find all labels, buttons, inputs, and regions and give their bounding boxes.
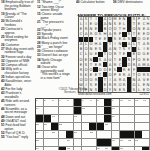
answer-letter: C	[80, 53, 83, 57]
puzzle-cell[interactable]: 17	[51, 115, 58, 123]
puzzle-cell[interactable]: 9	[112, 99, 119, 107]
answer-black-cell	[93, 67, 97, 72]
puzzle-cell[interactable]	[51, 147, 58, 150]
answer-letter: O	[84, 68, 87, 72]
clue-item: 23 Contractor's approx.	[1, 27, 34, 34]
clue-item: 56 DMV destinations	[113, 0, 149, 4]
cell-number: 38	[120, 147, 123, 150]
puzzle-cell[interactable]	[59, 115, 66, 123]
cell-number: 19	[112, 115, 115, 118]
puzzle-black-cell	[51, 123, 58, 131]
answer-letter-cell: P	[132, 57, 136, 62]
puzzle-cell[interactable]	[89, 147, 96, 150]
answer-letter: D	[85, 78, 88, 82]
answer-letter: L	[138, 83, 140, 87]
answer-letter-cell: S	[113, 67, 117, 72]
puzzle-cell[interactable]: 18	[74, 115, 81, 123]
answer-letter: A	[147, 63, 150, 67]
puzzle-cell[interactable]	[97, 115, 104, 123]
puzzle-cell[interactable]: 5	[66, 99, 73, 107]
answer-letter-cell: A	[103, 57, 107, 62]
clue-number: 30	[37, 49, 41, 53]
clue-item: 33 Campus official	[1, 63, 34, 67]
puzzle-cell[interactable]	[97, 107, 104, 115]
puzzle-cell[interactable]: 22	[59, 123, 66, 131]
cell-number: 4	[59, 99, 60, 102]
answer-letter-cell: E	[141, 82, 145, 87]
puzzle-cell[interactable]	[44, 107, 51, 115]
answer-letter: O	[118, 83, 121, 87]
answer-letter: H	[123, 27, 126, 31]
clue-number: 36	[37, 65, 41, 69]
answer-letter: C	[118, 63, 121, 67]
clue-number: 33	[37, 53, 41, 57]
puzzle-cell[interactable]	[135, 147, 142, 150]
puzzle-cell[interactable]: 7	[89, 99, 96, 107]
puzzle-cell[interactable]	[135, 107, 142, 115]
answer-letter: R	[89, 32, 92, 36]
puzzle-cell[interactable]	[44, 131, 51, 139]
answer-letter-cell: G	[141, 52, 145, 57]
clue-item: 15 Classic arcade game	[37, 12, 70, 19]
answer-letter-cell: T	[103, 77, 107, 82]
answer-letter-cell: L	[132, 42, 136, 47]
answer-letter-cell: S	[98, 47, 102, 52]
previous-answer-grid: ASTIADMENSPASLIEUANSELTECHERNEBOOTHONEAC…	[78, 16, 150, 93]
answer-letter-cell: F	[132, 67, 136, 72]
cell-number: 16	[112, 107, 115, 110]
puzzle-cell[interactable]: 11	[127, 99, 134, 107]
cell-number: 2	[44, 99, 45, 102]
puzzle-cell[interactable]: 19	[112, 115, 119, 123]
puzzle-cell[interactable]: 30	[112, 139, 119, 147]
byline-line-1: ©2011 Tribune Media	[47, 87, 99, 90]
answer-letter: R	[142, 58, 145, 62]
clue-number: 12	[37, 4, 41, 8]
cell-number: 3	[52, 99, 53, 102]
clue-item: 29 "___ we forget"	[37, 45, 70, 49]
answer-letter-cell: V	[141, 77, 145, 82]
answer-letter-cell: T	[132, 32, 136, 37]
clue-column-4: 56 DMV destinations	[113, 0, 149, 9]
puzzle-cell[interactable]	[142, 139, 149, 147]
puzzle-cell[interactable]: 16	[112, 107, 119, 115]
clue-number: 33	[1, 63, 5, 67]
clue-item: 24 Black Friday event	[37, 36, 70, 40]
clue-item: 22 Popular jeans	[37, 28, 70, 32]
puzzle-black-cell	[74, 107, 81, 115]
puzzle-cell[interactable]: 33	[135, 139, 142, 147]
puzzle-cell[interactable]	[142, 123, 149, 131]
answer-letter-cell: E	[79, 62, 83, 67]
puzzle-cell[interactable]: 37	[104, 147, 111, 150]
answer-letter-cell: E	[93, 62, 97, 67]
answer-letter: R	[94, 78, 97, 82]
clue-number: 52	[1, 131, 5, 135]
answer-letter-cell: O	[117, 82, 121, 87]
answer-letter-cell: A	[137, 62, 141, 67]
answer-letter: R	[80, 68, 83, 72]
puzzle-cell[interactable]: 10	[120, 99, 127, 107]
puzzle-cell[interactable]	[74, 147, 81, 150]
clue-number: 21	[37, 20, 41, 24]
puzzle-cell[interactable]: 8	[97, 99, 104, 107]
answer-letter-cell: R	[141, 72, 145, 77]
puzzle-cell[interactable]	[127, 115, 134, 123]
answer-letter-cell: L	[137, 82, 141, 87]
cell-number: 35	[67, 147, 70, 150]
puzzle-cell[interactable]	[127, 123, 134, 131]
clue-number: 34	[1, 67, 5, 71]
puzzle-cell[interactable]: 13	[142, 99, 149, 107]
answer-letter-cell: R	[122, 82, 126, 87]
puzzle-cell[interactable]	[127, 147, 134, 150]
answer-letter-cell: R	[141, 57, 145, 62]
answer-letter-cell: O	[108, 52, 112, 57]
clue-number: 11	[37, 0, 40, 4]
answer-letter: C	[80, 32, 83, 36]
answer-letter: E	[118, 58, 120, 62]
answer-letter-cell: R	[132, 62, 136, 67]
answer-letter-cell: O	[108, 72, 112, 77]
puzzle-cell[interactable]: 36	[97, 147, 104, 150]
clue-number: 26	[1, 42, 5, 46]
clue-number: 34	[37, 57, 41, 61]
puzzle-cell[interactable]	[142, 115, 149, 123]
answer-letter-cell: A	[137, 77, 141, 82]
answer-letter: E	[142, 83, 144, 87]
puzzle-black-cell	[142, 147, 149, 150]
puzzle-cell[interactable]: 2	[44, 99, 51, 107]
cell-number: 24	[36, 131, 39, 134]
puzzle-cell[interactable]	[104, 131, 111, 139]
answer-letter: E	[147, 53, 149, 57]
answer-letter-cell: N	[132, 77, 136, 82]
answer-letter-cell: C	[117, 62, 121, 67]
answer-letter: R	[123, 68, 126, 72]
clue-number: 28	[37, 40, 41, 44]
answer-letter: R	[133, 63, 136, 67]
answer-letter: E	[128, 68, 130, 72]
answer-letter-cell: L	[84, 52, 88, 57]
answer-letter-cell: R	[113, 52, 117, 57]
answer-letter-cell: R	[122, 72, 126, 77]
answer-letter-cell: T	[98, 72, 102, 77]
puzzle-cell[interactable]	[89, 115, 96, 123]
puzzle-cell[interactable]	[82, 147, 89, 150]
answer-letter-cell: E	[84, 57, 88, 62]
puzzle-cell[interactable]	[127, 107, 134, 115]
puzzle-black-cell	[36, 115, 43, 123]
puzzle-cell[interactable]	[66, 107, 73, 115]
cell-number: 13	[143, 99, 146, 102]
clue-item: 43 Prankster's snowballs	[1, 91, 34, 98]
answer-letter: A	[109, 63, 112, 67]
answer-letter: R	[142, 73, 145, 77]
answer-letter-cell: E	[89, 72, 93, 77]
answer-letter-cell: Y	[127, 47, 131, 52]
puzzle-cell[interactable]	[97, 131, 104, 139]
cell-number: 15	[82, 107, 85, 110]
puzzle-cell[interactable]	[44, 147, 51, 150]
clue-list-2: 11 "Shame ___!"12 Two-time Oscar winner …	[37, 0, 70, 79]
puzzle-cell[interactable]: 21	[44, 123, 51, 131]
answer-letter: L	[85, 53, 87, 57]
answer-letter: A	[85, 32, 88, 36]
answer-letter: A	[137, 63, 140, 67]
answer-letter: T	[133, 32, 135, 36]
answer-letter: E	[118, 73, 120, 77]
answer-letter-cell: E	[93, 72, 97, 77]
clue-number: 20	[1, 19, 5, 23]
answer-letter-cell: O	[89, 77, 93, 82]
cell-number: 14	[36, 107, 39, 110]
answer-letter: O	[99, 68, 102, 72]
answer-letter-cell: T	[113, 57, 117, 62]
answer-letter-cell: K	[84, 72, 88, 77]
puzzle-cell[interactable]: 23	[104, 123, 111, 131]
puzzle-cell[interactable]: 32	[127, 139, 134, 147]
answer-black-cell	[127, 82, 131, 87]
cell-number: 33	[135, 139, 138, 142]
answer-black-cell	[93, 57, 97, 62]
answer-letter: M	[142, 63, 145, 67]
answer-letter: S	[147, 73, 149, 77]
answer-letter-cell: I	[108, 77, 112, 82]
puzzle-cell[interactable]	[74, 139, 81, 147]
answer-letter: N	[89, 58, 92, 62]
answer-black-cell	[127, 52, 131, 57]
puzzle-cell[interactable]	[59, 131, 66, 139]
answer-letter: A	[123, 37, 126, 41]
answer-letter-cell: O	[98, 67, 102, 72]
cell-number: 37	[105, 147, 108, 150]
puzzle-black-cell	[97, 139, 104, 147]
answer-letter: S	[85, 63, 87, 67]
answer-letter: D	[80, 58, 83, 62]
cell-number: 18	[74, 115, 77, 118]
answer-letter-cell: A	[122, 77, 126, 82]
puzzle-cell[interactable]: 25	[51, 131, 58, 139]
clue-number: 29	[37, 45, 41, 49]
answer-letter: T	[99, 73, 101, 77]
clue-item: 55 "Yoo-hoo!" reply	[1, 135, 34, 139]
cell-number: 30	[112, 139, 115, 142]
puzzle-cell[interactable]: 31	[120, 139, 127, 147]
answer-letter: T	[104, 78, 106, 82]
answer-letter-cell: N	[146, 82, 150, 87]
puzzle-cell[interactable]: 20	[36, 123, 43, 131]
clue-column-1: 18 Emphatically true of the acting Baldw…	[1, 0, 34, 150]
cell-number: 7	[90, 99, 91, 102]
answer-letter: A	[128, 73, 131, 77]
answer-letter: G	[142, 53, 145, 57]
answer-black-cell	[127, 22, 131, 27]
clue-number: 22	[37, 28, 41, 32]
answer-letter-cell: R	[79, 67, 83, 72]
answer-letter: E	[123, 53, 125, 57]
answer-letter: E	[133, 53, 135, 57]
clue-column-2: 11 "Shame ___!"12 Two-time Oscar winner …	[37, 0, 70, 94]
answer-letter: R	[123, 83, 126, 87]
puzzle-cell[interactable]	[82, 115, 89, 123]
answer-letter: R	[113, 53, 116, 57]
current-puzzle-grid: 1234567891011121314151617181920212223242…	[35, 98, 150, 151]
answer-black-cell	[103, 62, 107, 67]
answer-letter: D	[128, 63, 131, 67]
puzzle-cell[interactable]: 1	[36, 99, 43, 107]
puzzle-cell[interactable]	[120, 123, 127, 131]
puzzle-black-cell	[66, 131, 73, 139]
puzzle-cell[interactable]: 6	[82, 99, 89, 107]
answer-letter-cell: S	[84, 62, 88, 67]
puzzle-cell[interactable]	[142, 131, 149, 139]
answer-letter-cell: S	[127, 57, 131, 62]
answer-letter-cell: R	[108, 82, 112, 87]
answer-letter-cell: R	[89, 32, 93, 37]
answer-letter-cell: E	[108, 67, 112, 72]
answer-letter: E	[90, 73, 92, 77]
answer-letter: F	[133, 68, 135, 72]
puzzle-black-cell	[97, 123, 104, 131]
answer-letter: O	[89, 78, 92, 82]
answer-black-cell	[127, 17, 131, 22]
puzzle-cell[interactable]: 27	[89, 131, 96, 139]
puzzle-cell[interactable]	[59, 107, 66, 115]
answer-letter-cell: U	[89, 52, 93, 57]
puzzle-cell[interactable]	[112, 123, 119, 131]
answer-letter-cell: D	[79, 57, 83, 62]
answer-letter: E	[85, 58, 87, 62]
answer-letter: E	[147, 58, 149, 62]
puzzle-black-cell	[127, 131, 134, 139]
answer-letter-cell: E	[93, 52, 97, 57]
puzzle-cell[interactable]: 24	[36, 131, 43, 139]
answer-letter-cell: A	[108, 32, 112, 37]
cell-number: 31	[120, 139, 123, 142]
clue-item: 20 McDonald's freebies	[1, 19, 34, 26]
puzzle-cell[interactable]	[44, 139, 51, 147]
answer-letter-cell: T	[89, 62, 93, 67]
answer-letter-cell: A	[122, 37, 126, 42]
puzzle-cell[interactable]	[74, 123, 81, 131]
answer-letter: T	[114, 58, 116, 62]
clue-number: 15	[37, 12, 41, 16]
puzzle-cell[interactable]	[135, 123, 142, 131]
puzzle-cell[interactable]	[135, 115, 142, 123]
answer-letter-cell: O	[137, 72, 141, 77]
puzzle-cell[interactable]	[82, 123, 89, 131]
cell-number: 25	[52, 131, 55, 134]
answer-letter: L	[133, 43, 135, 47]
cell-number: 12	[135, 99, 138, 102]
clue-item: 51 Fast-food fowl option	[1, 123, 34, 130]
puzzle-cell[interactable]	[51, 107, 58, 115]
answer-letter-cell: S	[98, 57, 102, 62]
puzzle-cell[interactable]	[66, 123, 73, 131]
puzzle-cell[interactable]	[112, 131, 119, 139]
cell-number: 17	[52, 115, 55, 118]
answer-letter-cell: E	[103, 82, 107, 87]
answer-letter-cell: G	[132, 82, 136, 87]
clue-number: 32	[1, 59, 5, 63]
answer-letter-cell: C	[79, 32, 83, 37]
puzzle-cell[interactable]: 15	[82, 107, 89, 115]
answer-letter: R	[123, 73, 126, 77]
answer-letter: A	[109, 32, 112, 36]
answer-black-cell	[98, 77, 102, 82]
puzzle-cell[interactable]: 29	[66, 139, 73, 147]
puzzle-cell[interactable]	[89, 139, 96, 147]
clue-item: 34 Willy with a chocolate factory	[1, 67, 34, 74]
puzzle-cell[interactable]: 38	[120, 147, 127, 150]
cell-number: 23	[105, 123, 108, 126]
puzzle-cell[interactable]	[51, 139, 58, 147]
cell-number: 28	[36, 139, 39, 142]
puzzle-cell[interactable]	[82, 139, 89, 147]
answer-black-cell	[137, 67, 141, 72]
puzzle-cell[interactable]: 14	[36, 107, 43, 115]
cell-number: 11	[128, 99, 131, 102]
answer-black-cell	[98, 52, 102, 57]
puzzle-cell[interactable]: 3	[51, 99, 58, 107]
puzzle-black-cell	[104, 107, 111, 115]
clue-number: 40	[76, 0, 80, 4]
puzzle-cell[interactable]: 34	[36, 147, 43, 150]
answer-letter: K	[85, 73, 88, 77]
answer-letter: S	[99, 48, 101, 52]
puzzle-cell[interactable]	[59, 139, 66, 147]
puzzle-cell[interactable]	[120, 115, 127, 123]
answer-letter-cell: M	[141, 62, 145, 67]
clue-item: 46 Scramble, as a secret message	[1, 107, 34, 114]
puzzle-black-cell	[104, 139, 111, 147]
puzzle-cell[interactable]	[66, 115, 73, 123]
puzzle-cell[interactable]: 28	[36, 139, 43, 147]
answer-letter-cell: O	[89, 67, 93, 72]
answer-letter-cell: E	[132, 52, 136, 57]
clue-number: 56	[113, 0, 117, 4]
cell-number: 6	[82, 99, 83, 102]
answer-letter: O	[108, 73, 111, 77]
puzzle-black-cell	[59, 147, 66, 150]
clue-item: 42 For the lady	[1, 87, 34, 91]
puzzle-cell[interactable]: 12	[135, 99, 142, 107]
clue-number: 30	[1, 54, 5, 58]
clue-item: 19 Brenda of "The Closer"	[1, 11, 34, 18]
clue-item: 23 Speedy	[37, 32, 70, 36]
answer-letter-cell: E	[122, 52, 126, 57]
puzzle-cell[interactable]: 26	[74, 131, 81, 139]
clue-item: 18 Emphatically true of the acting Baldw…	[1, 0, 34, 11]
puzzle-cell[interactable]	[89, 107, 96, 115]
puzzle-cell[interactable]	[142, 107, 149, 115]
answer-letter-cell: O	[137, 57, 141, 62]
puzzle-cell[interactable]: 35	[66, 147, 73, 150]
cell-number: 5	[67, 99, 68, 102]
puzzle-cell[interactable]: 4	[59, 99, 66, 107]
answer-letter: E	[104, 83, 106, 87]
clue-number: 23	[37, 32, 41, 36]
clue-number: 46	[1, 107, 5, 111]
answer-letter: O	[89, 68, 92, 72]
answer-letter: O	[137, 58, 140, 62]
puzzle-cell[interactable]	[120, 107, 127, 115]
clue-number: 51	[1, 123, 5, 127]
clue-item: 49 Old AT&T rival	[1, 119, 34, 123]
cell-number: 36	[97, 147, 100, 150]
puzzle-cell[interactable]	[82, 131, 89, 139]
